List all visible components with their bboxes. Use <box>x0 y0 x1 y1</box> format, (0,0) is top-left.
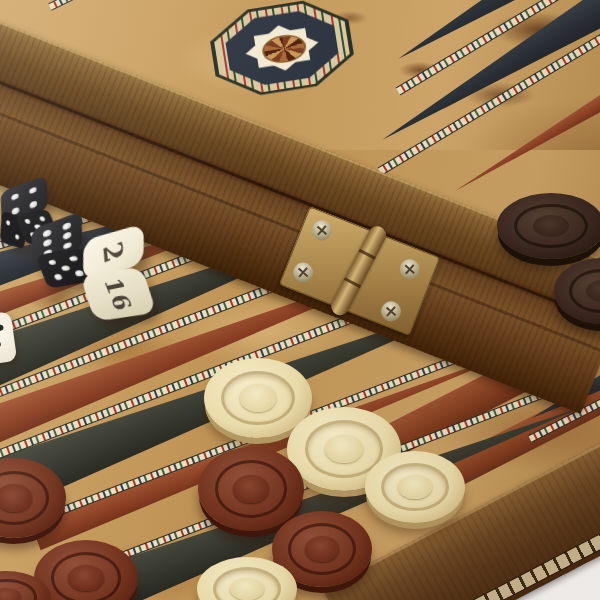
doubling-cube-top-value: 2 <box>97 238 128 267</box>
checker-boss <box>233 475 269 504</box>
die-pip <box>0 324 4 331</box>
die-pip <box>43 239 51 248</box>
checker-boss <box>240 384 277 411</box>
hinge-screw <box>378 298 404 324</box>
hinge-screw <box>309 217 335 243</box>
hinge-barrel <box>328 223 389 318</box>
checker-dark <box>198 447 304 531</box>
die-pip <box>63 221 71 230</box>
hinge-knuckle <box>358 249 375 260</box>
checker-boss <box>305 536 339 562</box>
die-pip <box>0 341 1 348</box>
checker-boss <box>0 484 32 511</box>
hinge-knuckle <box>344 277 361 288</box>
backgammon-board-photo: 2 16 <box>0 0 600 600</box>
doubling-cube-front-value: 16 <box>99 275 138 313</box>
die-pip <box>43 229 51 238</box>
doubling-cube-front-face: 16 <box>80 267 157 322</box>
die-pip <box>30 201 38 209</box>
hinge-screw <box>290 259 316 285</box>
die-pip <box>30 187 38 195</box>
checker-boss <box>398 475 432 500</box>
die-pip <box>15 234 19 240</box>
die-pip <box>54 274 64 281</box>
checker-boss <box>68 565 103 591</box>
die-pip <box>39 216 46 222</box>
die-pip <box>11 194 19 202</box>
checker-light <box>365 451 465 523</box>
checker-boss <box>230 578 264 600</box>
die-pip <box>48 259 58 266</box>
hinge-screw <box>397 256 423 282</box>
die-pip <box>61 265 71 272</box>
die-pip <box>63 231 71 240</box>
die-pip <box>69 255 79 262</box>
checker-dark <box>497 193 600 259</box>
die-pip <box>7 220 11 226</box>
